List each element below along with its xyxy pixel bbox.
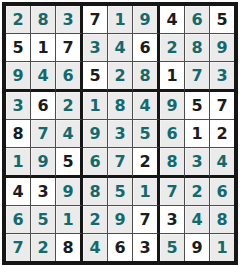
cell-r7c5[interactable]: 5	[108, 178, 133, 206]
cell-r5c9[interactable]: 2	[210, 120, 234, 148]
cell-r3c7[interactable]: 1	[160, 62, 185, 92]
cell-r6c9[interactable]: 4	[210, 148, 234, 178]
cell-r1c1[interactable]: 2	[6, 6, 31, 34]
cell-r8c3[interactable]: 1	[56, 206, 83, 234]
cell-r5c4[interactable]: 9	[83, 120, 108, 148]
cell-r3c8[interactable]: 7	[185, 62, 210, 92]
cell-r7c4[interactable]: 8	[83, 178, 108, 206]
cell-r7c3[interactable]: 9	[56, 178, 83, 206]
cell-r7c9[interactable]: 6	[210, 178, 234, 206]
cell-r6c4[interactable]: 6	[83, 148, 108, 178]
cell-r8c6[interactable]: 7	[133, 206, 160, 234]
cell-r6c3[interactable]: 5	[56, 148, 83, 178]
cell-r8c9[interactable]: 8	[210, 206, 234, 234]
cell-r3c9[interactable]: 3	[210, 62, 234, 92]
cell-r6c8[interactable]: 3	[185, 148, 210, 178]
cell-r2c4[interactable]: 3	[83, 34, 108, 62]
cell-r7c6[interactable]: 1	[133, 178, 160, 206]
cell-r3c2[interactable]: 4	[31, 62, 56, 92]
cell-r2c6[interactable]: 6	[133, 34, 160, 62]
cell-r9c6[interactable]: 3	[133, 234, 160, 261]
cell-r2c2[interactable]: 1	[31, 34, 56, 62]
cell-r7c2[interactable]: 3	[31, 178, 56, 206]
sudoku-page: 2837194655173462899465281733621849578749…	[0, 0, 240, 265]
cell-r6c1[interactable]: 1	[6, 148, 31, 178]
cell-r9c5[interactable]: 6	[108, 234, 133, 261]
cell-r1c2[interactable]: 8	[31, 6, 56, 34]
cell-r7c7[interactable]: 7	[160, 178, 185, 206]
cell-r2c9[interactable]: 9	[210, 34, 234, 62]
cell-r7c1[interactable]: 4	[6, 178, 31, 206]
cell-r4c1[interactable]: 3	[6, 92, 31, 120]
cell-r5c1[interactable]: 8	[6, 120, 31, 148]
cell-r4c3[interactable]: 2	[56, 92, 83, 120]
cell-r3c3[interactable]: 6	[56, 62, 83, 92]
cell-r3c6[interactable]: 8	[133, 62, 160, 92]
cell-r1c3[interactable]: 3	[56, 6, 83, 34]
cell-r8c2[interactable]: 5	[31, 206, 56, 234]
cell-r1c6[interactable]: 9	[133, 6, 160, 34]
cell-r9c8[interactable]: 9	[185, 234, 210, 261]
cell-r2c1[interactable]: 5	[6, 34, 31, 62]
sudoku-board: 2837194655173462899465281733621849578749…	[2, 2, 238, 265]
cell-r2c3[interactable]: 7	[56, 34, 83, 62]
cell-r4c5[interactable]: 8	[108, 92, 133, 120]
cell-r5c6[interactable]: 5	[133, 120, 160, 148]
cell-r4c6[interactable]: 4	[133, 92, 160, 120]
cell-r4c9[interactable]: 7	[210, 92, 234, 120]
cell-r9c4[interactable]: 4	[83, 234, 108, 261]
cell-r2c5[interactable]: 4	[108, 34, 133, 62]
cell-r6c2[interactable]: 9	[31, 148, 56, 178]
cell-r1c8[interactable]: 6	[185, 6, 210, 34]
cell-r3c1[interactable]: 9	[6, 62, 31, 92]
cell-r9c7[interactable]: 5	[160, 234, 185, 261]
cell-r6c5[interactable]: 7	[108, 148, 133, 178]
cell-r8c8[interactable]: 4	[185, 206, 210, 234]
cell-r8c1[interactable]: 6	[6, 206, 31, 234]
cell-r4c7[interactable]: 9	[160, 92, 185, 120]
cell-r7c8[interactable]: 2	[185, 178, 210, 206]
cell-r3c4[interactable]: 5	[83, 62, 108, 92]
cell-r5c5[interactable]: 3	[108, 120, 133, 148]
cell-r2c8[interactable]: 8	[185, 34, 210, 62]
cell-r9c1[interactable]: 7	[6, 234, 31, 261]
cell-r4c4[interactable]: 1	[83, 92, 108, 120]
cell-r8c4[interactable]: 2	[83, 206, 108, 234]
cell-r5c3[interactable]: 4	[56, 120, 83, 148]
cell-r9c2[interactable]: 2	[31, 234, 56, 261]
cell-r5c2[interactable]: 7	[31, 120, 56, 148]
cell-r9c9[interactable]: 1	[210, 234, 234, 261]
cell-r9c3[interactable]: 8	[56, 234, 83, 261]
cell-r8c7[interactable]: 3	[160, 206, 185, 234]
cell-r1c9[interactable]: 5	[210, 6, 234, 34]
cell-r1c5[interactable]: 1	[108, 6, 133, 34]
cell-r1c7[interactable]: 4	[160, 6, 185, 34]
cell-r4c8[interactable]: 5	[185, 92, 210, 120]
cell-r3c5[interactable]: 2	[108, 62, 133, 92]
cell-r4c2[interactable]: 6	[31, 92, 56, 120]
cell-r6c6[interactable]: 2	[133, 148, 160, 178]
cell-r5c7[interactable]: 6	[160, 120, 185, 148]
cell-r5c8[interactable]: 1	[185, 120, 210, 148]
cell-r6c7[interactable]: 8	[160, 148, 185, 178]
cell-r8c5[interactable]: 9	[108, 206, 133, 234]
cell-r2c7[interactable]: 2	[160, 34, 185, 62]
cell-r1c4[interactable]: 7	[83, 6, 108, 34]
